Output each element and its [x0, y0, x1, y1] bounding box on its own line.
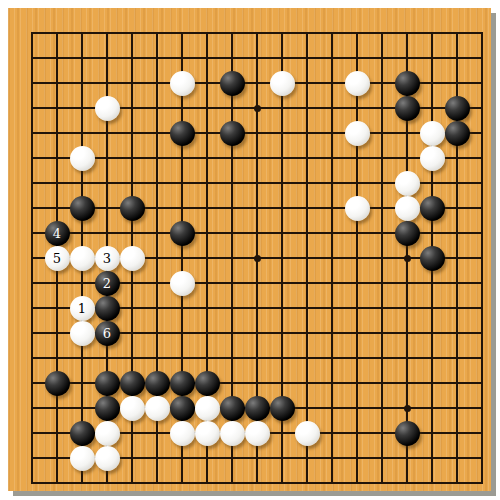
white-stone [70, 146, 95, 171]
black-stone [70, 421, 95, 446]
white-stone [195, 421, 220, 446]
black-stone [395, 96, 420, 121]
white-stone [95, 446, 120, 471]
white-stone [245, 421, 270, 446]
page: { "game": "Go (19x19 board, numbered kif… [0, 0, 500, 500]
white-stone [420, 121, 445, 146]
black-stone [270, 396, 295, 421]
black-stone [70, 196, 95, 221]
white-stone [295, 421, 320, 446]
white-stone [195, 396, 220, 421]
black-stone [170, 396, 195, 421]
black-stone [395, 221, 420, 246]
black-stone [195, 371, 220, 396]
star-point [404, 255, 411, 262]
black-stone [445, 121, 470, 146]
black-stone-move-4: 4 [45, 221, 70, 246]
white-stone [70, 321, 95, 346]
white-stone [170, 71, 195, 96]
white-stone [270, 71, 295, 96]
white-stone [120, 246, 145, 271]
black-stone [220, 71, 245, 96]
star-point [254, 255, 261, 262]
white-stone [120, 396, 145, 421]
white-stone [345, 121, 370, 146]
black-stone [220, 396, 245, 421]
black-stone-move-6: 6 [95, 321, 120, 346]
white-stone-move-5: 5 [45, 246, 70, 271]
black-stone [420, 246, 445, 271]
star-point [254, 105, 261, 112]
black-stone [45, 371, 70, 396]
black-stone [120, 371, 145, 396]
star-point [404, 405, 411, 412]
white-stone [395, 171, 420, 196]
black-stone [95, 371, 120, 396]
black-stone [170, 371, 195, 396]
black-stone [245, 396, 270, 421]
white-stone-move-3: 3 [95, 246, 120, 271]
white-stone [420, 146, 445, 171]
black-stone [395, 421, 420, 446]
black-stone [220, 121, 245, 146]
white-stone [145, 396, 170, 421]
white-stone [345, 71, 370, 96]
go-board[interactable]: 453216 [8, 8, 491, 491]
black-stone [395, 71, 420, 96]
white-stone [220, 421, 245, 446]
black-stone [420, 196, 445, 221]
white-stone [70, 446, 95, 471]
white-stone [395, 196, 420, 221]
black-stone [145, 371, 170, 396]
black-stone [95, 396, 120, 421]
white-stone [95, 421, 120, 446]
black-stone [445, 96, 470, 121]
white-stone [70, 246, 95, 271]
white-stone [170, 421, 195, 446]
black-stone [170, 121, 195, 146]
white-stone [170, 271, 195, 296]
black-stone-move-2: 2 [95, 271, 120, 296]
board-cells[interactable]: 453216 [20, 21, 495, 496]
black-stone [95, 296, 120, 321]
black-stone [120, 196, 145, 221]
white-stone [95, 96, 120, 121]
black-stone [170, 221, 195, 246]
white-stone-move-1: 1 [70, 296, 95, 321]
white-stone [345, 196, 370, 221]
